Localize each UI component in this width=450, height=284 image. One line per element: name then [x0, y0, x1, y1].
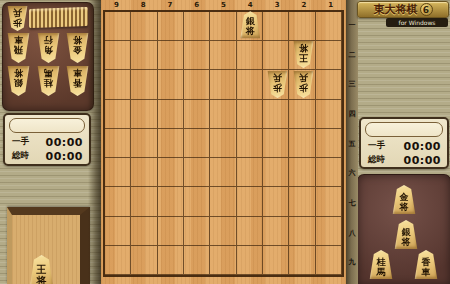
sente-captured-stand[interactable]: 金将銀将桂馬香車 — [357, 174, 450, 284]
file-labels: 987654321 — [103, 0, 344, 10]
piece-kanji: 車 — [14, 35, 23, 44]
piece-kanji: 銀 — [402, 228, 411, 237]
board-square-occupied[interactable]: 歩兵 — [264, 69, 291, 99]
gote-total-time: 00:00 — [45, 150, 83, 163]
hand-piece[interactable]: 香車 — [414, 250, 438, 279]
gote-move-time-label: 一手 — [12, 136, 29, 148]
piece-kanji: 桂 — [44, 78, 53, 87]
sente-player-name-field[interactable] — [365, 122, 443, 137]
rank-label: 五 — [346, 129, 358, 159]
hand-piece[interactable]: 桂馬 — [369, 250, 393, 279]
hand-piece[interactable]: 桂馬 — [37, 66, 60, 96]
hand-piece[interactable]: 銀将 — [7, 66, 30, 96]
file-label: 4 — [237, 0, 264, 10]
piece-kanji: 歩 — [273, 83, 282, 92]
piece-kanji: 馬 — [377, 268, 386, 277]
logo-version-badge: 6 — [420, 3, 433, 16]
piece-kanji: 歩 — [13, 18, 22, 27]
box-piece[interactable]: 王将 — [29, 255, 54, 284]
shogi-piece[interactable]: 王将 — [293, 41, 314, 68]
piece-kanji: 将 — [402, 238, 411, 247]
piece-kanji: 金 — [400, 193, 409, 202]
rank-label: 四 — [346, 99, 358, 129]
hand-piece[interactable]: 金将 — [66, 33, 89, 63]
piece-kanji: 王 — [299, 53, 308, 62]
gote-clock-panel: 一手 00:00 総時 00:00 — [3, 113, 91, 166]
file-label: 6 — [183, 0, 210, 10]
rank-label: 三 — [346, 69, 358, 99]
piece-kanji: 行 — [44, 35, 53, 44]
file-label: 9 — [103, 0, 130, 10]
logo-title: 東大将棋 — [374, 2, 418, 17]
app-window: 一二三四五六七八九 987654321 銀将王将歩兵歩兵 東大将棋 6 for … — [0, 0, 450, 284]
gote-move-time: 00:00 — [45, 136, 83, 149]
hand-piece[interactable]: 飛車 — [7, 33, 30, 63]
piece-kanji: 将 — [37, 276, 47, 284]
rank-label: 二 — [346, 40, 358, 70]
pawn-stack — [29, 7, 88, 28]
rank-label: 六 — [346, 158, 358, 188]
piece-kanji: 歩 — [299, 83, 308, 92]
rank-label: 九 — [346, 247, 358, 277]
file-label: 8 — [130, 0, 157, 10]
piece-kanji: 銀 — [246, 17, 255, 26]
piece-kanji: 将 — [400, 203, 409, 212]
piece-kanji: 桂 — [377, 258, 386, 267]
sente-clock-panel: 一手 00:00 総時 00:00 — [359, 117, 449, 169]
app-logo: 東大将棋 6 for Windows — [357, 1, 449, 27]
piece-kanji: 兵 — [273, 73, 282, 82]
board-shadow-left — [88, 0, 101, 284]
board-square-occupied[interactable]: 王将 — [290, 40, 317, 70]
shogi-board: 987654321 銀将王将歩兵歩兵 — [101, 0, 346, 284]
shogi-piece[interactable]: 銀将 — [240, 11, 261, 38]
piece-kanji: 将 — [73, 35, 82, 44]
piece-kanji: 飛 — [14, 45, 23, 54]
file-label: 3 — [264, 0, 291, 10]
file-label: 1 — [317, 0, 344, 10]
piece-box: 王将 — [7, 207, 90, 284]
piece-kanji: 兵 — [13, 8, 22, 17]
piece-kanji: 銀 — [14, 78, 23, 87]
piece-kanji: 角 — [44, 45, 53, 54]
hand-piece[interactable]: 香車 — [66, 66, 89, 96]
shogi-piece[interactable]: 歩兵 — [293, 71, 314, 98]
piece-kanji: 車 — [73, 68, 82, 77]
sente-move-time-label: 一手 — [368, 140, 385, 152]
logo-plate: 東大将棋 6 — [357, 1, 449, 18]
hand-piece[interactable]: 歩兵 — [7, 6, 28, 31]
gote-captured-stand[interactable]: 歩兵飛車角行金将銀将桂馬香車 — [2, 2, 94, 111]
file-label: 5 — [210, 0, 237, 10]
gote-total-time-label: 総時 — [12, 150, 29, 162]
board-square-occupied[interactable]: 銀将 — [237, 10, 264, 40]
hand-piece[interactable]: 銀将 — [394, 220, 418, 249]
file-label: 7 — [157, 0, 184, 10]
file-label: 2 — [290, 0, 317, 10]
board-square-occupied[interactable]: 歩兵 — [290, 69, 317, 99]
rank-label: 八 — [346, 218, 358, 248]
piece-kanji: 金 — [73, 45, 82, 54]
rank-label-strip: 一二三四五六七八九 — [346, 0, 358, 284]
piece-kanji: 車 — [422, 268, 431, 277]
hand-piece[interactable]: 金将 — [392, 185, 416, 214]
rank-label: 七 — [346, 188, 358, 218]
sente-total-time: 00:00 — [403, 154, 441, 167]
piece-kanji: 将 — [246, 27, 255, 36]
sente-total-time-label: 総時 — [368, 154, 385, 166]
piece-kanji: 王 — [37, 265, 47, 275]
piece-kanji: 香 — [73, 78, 82, 87]
piece-kanji: 将 — [14, 68, 23, 77]
shogi-piece[interactable]: 歩兵 — [267, 71, 288, 98]
gote-player-name-field[interactable] — [9, 118, 85, 133]
piece-kanji: 将 — [299, 43, 308, 52]
piece-kanji: 香 — [422, 258, 431, 267]
piece-kanji: 馬 — [44, 68, 53, 77]
logo-subtitle: for Windows — [386, 18, 448, 27]
sente-move-time: 00:00 — [403, 140, 441, 153]
hand-piece[interactable]: 角行 — [37, 33, 60, 63]
piece-kanji: 兵 — [299, 73, 308, 82]
